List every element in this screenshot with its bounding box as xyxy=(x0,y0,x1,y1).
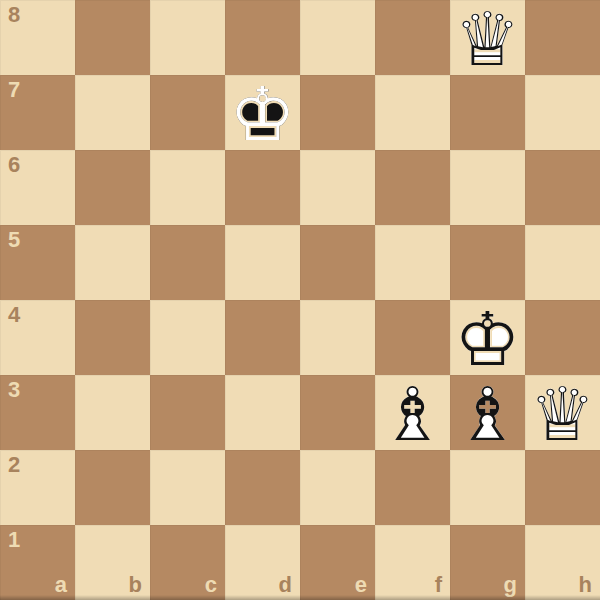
black-king-outline-glyph: ♔ xyxy=(225,76,300,151)
square-c3[interactable] xyxy=(150,375,225,450)
square-d5[interactable] xyxy=(225,225,300,300)
square-e4[interactable] xyxy=(300,300,375,375)
rank-label-4: 4 xyxy=(8,304,20,326)
rank-label-1: 1 xyxy=(8,529,20,551)
piece-black-king[interactable]: ♚♔ xyxy=(225,75,300,150)
square-h7[interactable] xyxy=(525,75,600,150)
square-d3[interactable] xyxy=(225,375,300,450)
file-label-g: g xyxy=(504,574,517,596)
square-b7[interactable] xyxy=(75,75,150,150)
square-g3[interactable]: ♝♗ xyxy=(450,375,525,450)
square-h3[interactable]: ♛♕ xyxy=(525,375,600,450)
white-bishop-outline-glyph: ♗ xyxy=(450,376,525,451)
square-d8[interactable] xyxy=(225,0,300,75)
square-f5[interactable] xyxy=(375,225,450,300)
square-h6[interactable] xyxy=(525,150,600,225)
square-b2[interactable] xyxy=(75,450,150,525)
rank-label-2: 2 xyxy=(8,454,20,476)
rank-label-6: 6 xyxy=(8,154,20,176)
square-f8[interactable] xyxy=(375,0,450,75)
file-label-d: d xyxy=(279,574,292,596)
square-b6[interactable] xyxy=(75,150,150,225)
square-b8[interactable] xyxy=(75,0,150,75)
file-label-h: h xyxy=(579,574,592,596)
rank-label-3: 3 xyxy=(8,379,20,401)
square-a4[interactable]: 4 xyxy=(0,300,75,375)
square-d4[interactable] xyxy=(225,300,300,375)
square-h1[interactable]: h xyxy=(525,525,600,600)
square-g2[interactable] xyxy=(450,450,525,525)
square-e3[interactable] xyxy=(300,375,375,450)
square-h5[interactable] xyxy=(525,225,600,300)
piece-white-bishop[interactable]: ♝♗ xyxy=(375,375,450,450)
square-e6[interactable] xyxy=(300,150,375,225)
square-a3[interactable]: 3 xyxy=(0,375,75,450)
square-c4[interactable] xyxy=(150,300,225,375)
square-g7[interactable] xyxy=(450,75,525,150)
white-bishop-outline-glyph: ♗ xyxy=(375,376,450,451)
white-king-outline-glyph: ♔ xyxy=(450,301,525,376)
piece-white-queen[interactable]: ♛♕ xyxy=(525,375,600,450)
square-a7[interactable]: 7 xyxy=(0,75,75,150)
square-d2[interactable] xyxy=(225,450,300,525)
square-e2[interactable] xyxy=(300,450,375,525)
square-h4[interactable] xyxy=(525,300,600,375)
square-a6[interactable]: 6 xyxy=(0,150,75,225)
square-f3[interactable]: ♝♗ xyxy=(375,375,450,450)
file-label-c: c xyxy=(205,574,217,596)
piece-white-bishop[interactable]: ♝♗ xyxy=(450,375,525,450)
rank-label-8: 8 xyxy=(8,4,20,26)
square-a8[interactable]: 8 xyxy=(0,0,75,75)
file-label-e: e xyxy=(355,574,367,596)
chess-board: 8♛♕7♚♔654♚♔3♝♗♝♗♛♕21abcdefgh xyxy=(0,0,600,600)
piece-white-king[interactable]: ♚♔ xyxy=(450,300,525,375)
square-e8[interactable] xyxy=(300,0,375,75)
square-b1[interactable]: b xyxy=(75,525,150,600)
file-label-b: b xyxy=(129,574,142,596)
square-g6[interactable] xyxy=(450,150,525,225)
square-c8[interactable] xyxy=(150,0,225,75)
square-d6[interactable] xyxy=(225,150,300,225)
square-c2[interactable] xyxy=(150,450,225,525)
square-f1[interactable]: f xyxy=(375,525,450,600)
square-b3[interactable] xyxy=(75,375,150,450)
square-h8[interactable] xyxy=(525,0,600,75)
square-f7[interactable] xyxy=(375,75,450,150)
square-f6[interactable] xyxy=(375,150,450,225)
square-h2[interactable] xyxy=(525,450,600,525)
piece-white-queen[interactable]: ♛♕ xyxy=(450,0,525,75)
square-c5[interactable] xyxy=(150,225,225,300)
square-d1[interactable]: d xyxy=(225,525,300,600)
square-b5[interactable] xyxy=(75,225,150,300)
file-label-f: f xyxy=(435,574,442,596)
square-a5[interactable]: 5 xyxy=(0,225,75,300)
rank-label-7: 7 xyxy=(8,79,20,101)
square-f2[interactable] xyxy=(375,450,450,525)
square-a1[interactable]: 1a xyxy=(0,525,75,600)
white-queen-outline-glyph: ♕ xyxy=(525,376,600,451)
square-e7[interactable] xyxy=(300,75,375,150)
square-f4[interactable] xyxy=(375,300,450,375)
square-c6[interactable] xyxy=(150,150,225,225)
square-g5[interactable] xyxy=(450,225,525,300)
square-e1[interactable]: e xyxy=(300,525,375,600)
white-queen-outline-glyph: ♕ xyxy=(450,1,525,76)
square-g8[interactable]: ♛♕ xyxy=(450,0,525,75)
file-label-a: a xyxy=(55,574,67,596)
square-c1[interactable]: c xyxy=(150,525,225,600)
square-b4[interactable] xyxy=(75,300,150,375)
square-g4[interactable]: ♚♔ xyxy=(450,300,525,375)
square-g1[interactable]: g xyxy=(450,525,525,600)
square-c7[interactable] xyxy=(150,75,225,150)
rank-label-5: 5 xyxy=(8,229,20,251)
square-a2[interactable]: 2 xyxy=(0,450,75,525)
square-d7[interactable]: ♚♔ xyxy=(225,75,300,150)
square-e5[interactable] xyxy=(300,225,375,300)
